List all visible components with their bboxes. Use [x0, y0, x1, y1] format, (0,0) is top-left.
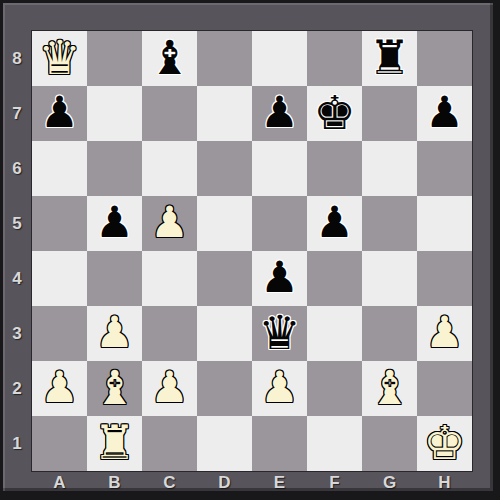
square-b6[interactable]	[87, 141, 142, 196]
square-d5[interactable]	[197, 196, 252, 251]
white-bishop[interactable]: ♝	[93, 364, 135, 411]
square-c8[interactable]: ♝	[142, 31, 197, 86]
white-queen[interactable]: ♛	[38, 34, 80, 81]
rank-label-1: 1	[3, 416, 31, 471]
rank-label-6: 6	[3, 141, 31, 196]
square-h3[interactable]: ♟	[417, 306, 472, 361]
square-h5[interactable]	[417, 196, 472, 251]
black-pawn[interactable]: ♟	[95, 201, 134, 244]
black-pawn[interactable]: ♟	[40, 91, 79, 134]
file-label-A: A	[32, 473, 87, 493]
white-bishop[interactable]: ♝	[368, 364, 410, 411]
white-pawn[interactable]: ♟	[150, 366, 189, 409]
square-h8[interactable]	[417, 31, 472, 86]
rank-label-3: 3	[3, 306, 31, 361]
chess-board: ♛♝♜♟♟♚♟♟♟♟♟♟♛♟♟♝♟♟♝♜♚	[31, 30, 473, 472]
square-f2[interactable]	[307, 361, 362, 416]
square-f8[interactable]	[307, 31, 362, 86]
square-g8[interactable]: ♜	[362, 31, 417, 86]
square-f7[interactable]: ♚	[307, 86, 362, 141]
white-pawn[interactable]: ♟	[40, 366, 79, 409]
square-b2[interactable]: ♝	[87, 361, 142, 416]
square-e7[interactable]: ♟	[252, 86, 307, 141]
square-c2[interactable]: ♟	[142, 361, 197, 416]
square-e5[interactable]	[252, 196, 307, 251]
square-d6[interactable]	[197, 141, 252, 196]
square-g4[interactable]	[362, 251, 417, 306]
rank-label-8: 8	[3, 31, 31, 86]
chess-app-window: ♛♝♜♟♟♚♟♟♟♟♟♟♛♟♟♝♟♟♝♜♚ 87654321 ABCDEFGH	[0, 0, 500, 500]
rank-label-4: 4	[3, 251, 31, 306]
square-e8[interactable]	[252, 31, 307, 86]
white-pawn[interactable]: ♟	[425, 311, 464, 354]
square-g6[interactable]	[362, 141, 417, 196]
black-pawn[interactable]: ♟	[315, 201, 354, 244]
file-label-D: D	[197, 473, 252, 493]
square-g7[interactable]	[362, 86, 417, 141]
square-d7[interactable]	[197, 86, 252, 141]
file-label-F: F	[307, 473, 362, 493]
square-e4[interactable]: ♟	[252, 251, 307, 306]
square-e2[interactable]: ♟	[252, 361, 307, 416]
black-pawn[interactable]: ♟	[260, 256, 299, 299]
rank-label-5: 5	[3, 196, 31, 251]
square-d3[interactable]	[197, 306, 252, 361]
file-label-G: G	[362, 473, 417, 493]
file-label-B: B	[87, 473, 142, 493]
file-label-H: H	[417, 473, 472, 493]
square-a7[interactable]: ♟	[32, 86, 87, 141]
square-f6[interactable]	[307, 141, 362, 196]
white-pawn[interactable]: ♟	[150, 201, 189, 244]
square-g3[interactable]	[362, 306, 417, 361]
white-king[interactable]: ♚	[423, 419, 465, 466]
white-pawn[interactable]: ♟	[95, 311, 134, 354]
square-f1[interactable]	[307, 416, 362, 471]
square-h6[interactable]	[417, 141, 472, 196]
rank-label-7: 7	[3, 86, 31, 141]
file-label-C: C	[142, 473, 197, 493]
square-g2[interactable]: ♝	[362, 361, 417, 416]
square-c3[interactable]	[142, 306, 197, 361]
square-h1[interactable]: ♚	[417, 416, 472, 471]
square-a3[interactable]	[32, 306, 87, 361]
square-c6[interactable]	[142, 141, 197, 196]
square-d4[interactable]	[197, 251, 252, 306]
white-rook[interactable]: ♜	[93, 419, 135, 466]
square-b8[interactable]	[87, 31, 142, 86]
rank-labels: 87654321	[3, 31, 31, 471]
black-king[interactable]: ♚	[313, 89, 355, 136]
file-label-E: E	[252, 473, 307, 493]
board-frame: ♛♝♜♟♟♚♟♟♟♟♟♟♛♟♟♝♟♟♝♜♚ 87654321 ABCDEFGH	[0, 0, 500, 500]
square-f4[interactable]	[307, 251, 362, 306]
square-d1[interactable]	[197, 416, 252, 471]
square-a2[interactable]: ♟	[32, 361, 87, 416]
square-b3[interactable]: ♟	[87, 306, 142, 361]
square-e3[interactable]: ♛	[252, 306, 307, 361]
square-g1[interactable]	[362, 416, 417, 471]
square-h4[interactable]	[417, 251, 472, 306]
black-pawn[interactable]: ♟	[425, 91, 464, 134]
square-a6[interactable]	[32, 141, 87, 196]
square-c7[interactable]	[142, 86, 197, 141]
square-c4[interactable]	[142, 251, 197, 306]
black-bishop[interactable]: ♝	[148, 34, 190, 81]
square-a5[interactable]	[32, 196, 87, 251]
square-d8[interactable]	[197, 31, 252, 86]
square-e1[interactable]	[252, 416, 307, 471]
black-queen[interactable]: ♛	[258, 309, 300, 356]
black-rook[interactable]: ♜	[368, 34, 410, 81]
square-b5[interactable]: ♟	[87, 196, 142, 251]
square-a1[interactable]	[32, 416, 87, 471]
square-b4[interactable]	[87, 251, 142, 306]
board-frame-face: ♛♝♜♟♟♚♟♟♟♟♟♟♛♟♟♝♟♟♝♜♚ 87654321 ABCDEFGH	[3, 3, 493, 491]
black-pawn[interactable]: ♟	[260, 91, 299, 134]
square-h7[interactable]: ♟	[417, 86, 472, 141]
rank-label-2: 2	[3, 361, 31, 416]
square-f5[interactable]: ♟	[307, 196, 362, 251]
square-c5[interactable]: ♟	[142, 196, 197, 251]
square-f3[interactable]	[307, 306, 362, 361]
square-h2[interactable]	[417, 361, 472, 416]
square-b7[interactable]	[87, 86, 142, 141]
square-c1[interactable]	[142, 416, 197, 471]
file-labels: ABCDEFGH	[32, 473, 472, 493]
white-pawn[interactable]: ♟	[260, 366, 299, 409]
square-a4[interactable]	[32, 251, 87, 306]
square-b1[interactable]: ♜	[87, 416, 142, 471]
square-g5[interactable]	[362, 196, 417, 251]
square-a8[interactable]: ♛	[32, 31, 87, 86]
square-d2[interactable]	[197, 361, 252, 416]
square-e6[interactable]	[252, 141, 307, 196]
